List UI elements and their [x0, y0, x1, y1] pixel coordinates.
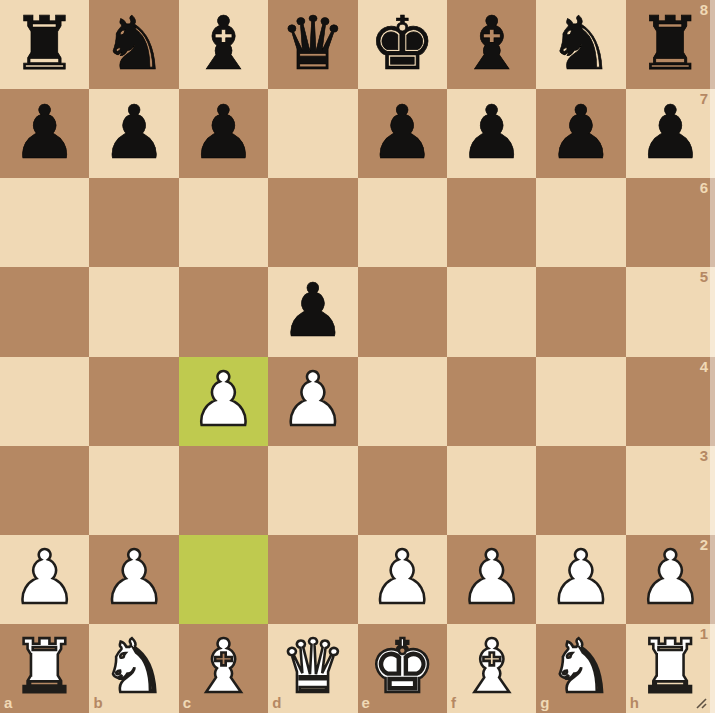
piece-black-bishop-f8[interactable]: ♝ — [458, 6, 524, 80]
square-c7[interactable]: ♟ — [179, 89, 268, 178]
square-h3[interactable]: 3 — [626, 446, 715, 535]
square-a6[interactable] — [0, 178, 89, 267]
square-d8[interactable]: ♛ — [268, 0, 357, 89]
piece-white-rook-a1[interactable]: ♜ — [12, 629, 78, 703]
piece-black-rook-h8[interactable]: ♜ — [637, 6, 703, 80]
square-h4[interactable]: 4 — [626, 357, 715, 446]
square-d7[interactable] — [268, 89, 357, 178]
rank-label-6: 6 — [700, 180, 708, 197]
square-h6[interactable]: 6 — [626, 178, 715, 267]
piece-black-pawn-b7[interactable]: ♟ — [101, 95, 167, 169]
square-a2[interactable]: ♟ — [0, 535, 89, 624]
square-c4[interactable]: ♟ — [179, 357, 268, 446]
square-c2[interactable] — [179, 535, 268, 624]
square-b8[interactable]: ♞ — [89, 0, 178, 89]
piece-black-king-e8[interactable]: ♚ — [369, 6, 435, 80]
square-a7[interactable]: ♟ — [0, 89, 89, 178]
piece-white-pawn-b2[interactable]: ♟ — [101, 540, 167, 614]
file-label-d: d — [272, 695, 281, 712]
piece-black-bishop-c8[interactable]: ♝ — [190, 6, 256, 80]
square-g4[interactable] — [536, 357, 625, 446]
square-a1[interactable]: ♜a — [0, 624, 89, 713]
square-e8[interactable]: ♚ — [358, 0, 447, 89]
square-g7[interactable]: ♟ — [536, 89, 625, 178]
square-f8[interactable]: ♝ — [447, 0, 536, 89]
piece-white-knight-b1[interactable]: ♞ — [101, 629, 167, 703]
square-a8[interactable]: ♜ — [0, 0, 89, 89]
file-label-b: b — [93, 695, 102, 712]
piece-white-pawn-e2[interactable]: ♟ — [369, 540, 435, 614]
piece-white-king-e1[interactable]: ♚ — [369, 629, 435, 703]
piece-black-pawn-c7[interactable]: ♟ — [190, 95, 256, 169]
square-f1[interactable]: ♝f — [447, 624, 536, 713]
square-e7[interactable]: ♟ — [358, 89, 447, 178]
square-d4[interactable]: ♟ — [268, 357, 357, 446]
piece-white-rook-h1[interactable]: ♜ — [637, 629, 703, 703]
rank-label-5: 5 — [700, 269, 708, 286]
piece-black-knight-g8[interactable]: ♞ — [548, 6, 614, 80]
square-d3[interactable] — [268, 446, 357, 535]
square-a5[interactable] — [0, 267, 89, 356]
square-g8[interactable]: ♞ — [536, 0, 625, 89]
rank-label-4: 4 — [700, 359, 708, 376]
square-c5[interactable] — [179, 267, 268, 356]
chess-board: ♜♞♝♛♚♝♞♜8♟♟♟♟♟♟♟76♟5♟♟43♟♟♟♟♟♟2♜a♞b♝c♛d♚… — [0, 0, 715, 713]
square-g5[interactable] — [536, 267, 625, 356]
piece-white-pawn-f2[interactable]: ♟ — [458, 540, 524, 614]
square-b4[interactable] — [89, 357, 178, 446]
square-f4[interactable] — [447, 357, 536, 446]
square-h2[interactable]: ♟2 — [626, 535, 715, 624]
square-c3[interactable] — [179, 446, 268, 535]
square-e1[interactable]: ♚e — [358, 624, 447, 713]
piece-white-pawn-h2[interactable]: ♟ — [637, 540, 703, 614]
piece-black-queen-d8[interactable]: ♛ — [280, 6, 346, 80]
file-label-f: f — [451, 695, 456, 712]
square-f3[interactable] — [447, 446, 536, 535]
rank-label-1: 1 — [700, 626, 708, 643]
file-label-g: g — [540, 695, 549, 712]
resize-handle-icon[interactable] — [695, 697, 708, 710]
square-b6[interactable] — [89, 178, 178, 267]
square-d6[interactable] — [268, 178, 357, 267]
piece-white-queen-d1[interactable]: ♛ — [280, 629, 346, 703]
file-label-h: h — [630, 695, 639, 712]
piece-black-pawn-h7[interactable]: ♟ — [637, 95, 703, 169]
piece-white-pawn-g2[interactable]: ♟ — [548, 540, 614, 614]
square-b1[interactable]: ♞b — [89, 624, 178, 713]
square-e2[interactable]: ♟ — [358, 535, 447, 624]
piece-white-knight-g1[interactable]: ♞ — [548, 629, 614, 703]
square-a3[interactable] — [0, 446, 89, 535]
rank-label-8: 8 — [700, 2, 708, 19]
square-c8[interactable]: ♝ — [179, 0, 268, 89]
square-b2[interactable]: ♟ — [89, 535, 178, 624]
piece-black-pawn-g7[interactable]: ♟ — [548, 95, 614, 169]
square-b5[interactable] — [89, 267, 178, 356]
piece-black-pawn-f7[interactable]: ♟ — [458, 95, 524, 169]
square-f6[interactable] — [447, 178, 536, 267]
file-label-a: a — [4, 695, 12, 712]
rank-label-7: 7 — [700, 91, 708, 108]
square-h8[interactable]: ♜8 — [626, 0, 715, 89]
piece-white-pawn-a2[interactable]: ♟ — [12, 540, 78, 614]
file-label-e: e — [362, 695, 370, 712]
rank-label-2: 2 — [700, 537, 708, 554]
square-d5[interactable]: ♟ — [268, 267, 357, 356]
square-b3[interactable] — [89, 446, 178, 535]
piece-black-pawn-e7[interactable]: ♟ — [369, 95, 435, 169]
piece-black-pawn-a7[interactable]: ♟ — [12, 95, 78, 169]
piece-white-pawn-c4[interactable]: ♟ — [190, 362, 256, 436]
file-label-c: c — [183, 695, 191, 712]
rank-label-3: 3 — [700, 448, 708, 465]
square-g1[interactable]: ♞g — [536, 624, 625, 713]
chess-board-app: ♜♞♝♛♚♝♞♜8♟♟♟♟♟♟♟76♟5♟♟43♟♟♟♟♟♟2♜a♞b♝c♛d♚… — [0, 0, 715, 713]
piece-white-bishop-c1[interactable]: ♝ — [190, 629, 256, 703]
square-e5[interactable] — [358, 267, 447, 356]
square-f5[interactable] — [447, 267, 536, 356]
square-f7[interactable]: ♟ — [447, 89, 536, 178]
square-h7[interactable]: ♟7 — [626, 89, 715, 178]
square-f2[interactable]: ♟ — [447, 535, 536, 624]
square-g2[interactable]: ♟ — [536, 535, 625, 624]
square-d1[interactable]: ♛d — [268, 624, 357, 713]
piece-white-bishop-f1[interactable]: ♝ — [458, 629, 524, 703]
square-c6[interactable] — [179, 178, 268, 267]
square-d2[interactable] — [268, 535, 357, 624]
square-c1[interactable]: ♝c — [179, 624, 268, 713]
piece-black-pawn-d5[interactable]: ♟ — [280, 273, 346, 347]
piece-black-knight-b8[interactable]: ♞ — [101, 6, 167, 80]
square-b7[interactable]: ♟ — [89, 89, 178, 178]
piece-black-rook-a8[interactable]: ♜ — [12, 6, 78, 80]
piece-white-pawn-d4[interactable]: ♟ — [280, 362, 346, 436]
square-e4[interactable] — [358, 357, 447, 446]
square-e6[interactable] — [358, 178, 447, 267]
square-h5[interactable]: 5 — [626, 267, 715, 356]
square-g6[interactable] — [536, 178, 625, 267]
square-g3[interactable] — [536, 446, 625, 535]
square-e3[interactable] — [358, 446, 447, 535]
square-a4[interactable] — [0, 357, 89, 446]
